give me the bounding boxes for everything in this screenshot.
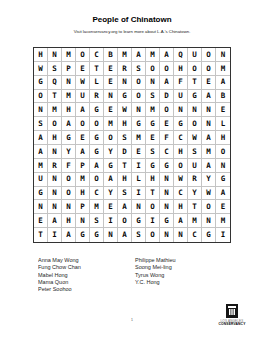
grid-cell-r7c1: A xyxy=(34,131,48,145)
grid-cell-r11c7: S xyxy=(118,187,132,201)
grid-cell-r12c10: N xyxy=(160,200,174,214)
grid-cell-r2c12: O xyxy=(188,62,202,76)
grid-cell-r4c1: O xyxy=(34,90,48,104)
grid-cell-r11c10: N xyxy=(160,187,174,201)
grid-cell-r2c1: W xyxy=(34,62,48,76)
grid-cell-r14c7: A xyxy=(118,228,132,242)
grid-cell-r2c4: E xyxy=(76,62,90,76)
grid-cell-r9c10: G xyxy=(160,159,174,173)
grid-cell-r12c5: M xyxy=(90,200,104,214)
grid-cell-r10c10: N xyxy=(160,173,174,187)
grid-cell-r1c9: M xyxy=(146,48,160,62)
grid-cell-r13c11: A xyxy=(174,214,188,228)
grid-cell-r4c11: U xyxy=(174,90,188,104)
grid-cell-r1c10: A xyxy=(160,48,174,62)
grid-cell-r7c13: A xyxy=(202,131,216,145)
grid-cell-r13c14: M xyxy=(216,214,230,228)
grid-cell-r2c6: E xyxy=(104,62,118,76)
grid-cell-r6c12: O xyxy=(188,117,202,131)
word-list-item: Philippe Mathieu xyxy=(135,256,176,263)
grid-cell-r14c8: S xyxy=(132,228,146,242)
grid-cell-r5c7: W xyxy=(118,103,132,117)
grid-cell-r13c8: G xyxy=(132,214,146,228)
grid-cell-r13c2: A xyxy=(48,214,62,228)
grid-cell-r3c11: F xyxy=(174,76,188,90)
grid-cell-r5c5: G xyxy=(90,103,104,117)
grid-cell-r6c3: A xyxy=(62,117,76,131)
worksheet-page: People of Chinatown Visit laconservancy.… xyxy=(0,0,264,341)
grid-cell-r2c10: O xyxy=(160,62,174,76)
grid-cell-r14c12: C xyxy=(188,228,202,242)
grid-cell-r7c10: F xyxy=(160,131,174,145)
grid-cell-r5c6: E xyxy=(104,103,118,117)
grid-cell-r9c13: A xyxy=(202,159,216,173)
grid-cell-r5c13: N xyxy=(202,103,216,117)
grid-cell-r3c3: N xyxy=(62,76,76,90)
grid-cell-r8c8: E xyxy=(132,145,146,159)
grid-cell-r14c13: G xyxy=(202,228,216,242)
grid-cell-r10c9: H xyxy=(146,173,160,187)
grid-cell-r2c3: P xyxy=(62,62,76,76)
grid-cell-r6c5: O xyxy=(90,117,104,131)
grid-cell-r14c9: O xyxy=(146,228,160,242)
grid-cell-r11c13: W xyxy=(202,187,216,201)
grid-cell-r8c11: H xyxy=(174,145,188,159)
grid-cell-r5c4: A xyxy=(76,103,90,117)
grid-cell-r2c8: S xyxy=(132,62,146,76)
grid-cell-r1c11: Q xyxy=(174,48,188,62)
grid-cell-r2c11: H xyxy=(174,62,188,76)
grid-cell-r11c6: Y xyxy=(104,187,118,201)
grid-cell-r1c2: N xyxy=(48,48,62,62)
grid-cell-r5c14: E xyxy=(216,103,230,117)
grid-cell-r4c4: U xyxy=(76,90,90,104)
grid-cell-r3c13: E xyxy=(202,76,216,90)
grid-cell-r2c13: O xyxy=(202,62,216,76)
grid-cell-r12c13: O xyxy=(202,200,216,214)
grid-cell-r12c14: E xyxy=(216,200,230,214)
grid-cell-r10c12: R xyxy=(188,173,202,187)
grid-cell-r13c4: N xyxy=(76,214,90,228)
grid-cell-r3c2: Q xyxy=(48,76,62,90)
grid-cell-r7c12: W xyxy=(188,131,202,145)
grid-cell-r5c1: N xyxy=(34,103,48,117)
grid-cell-r4c12: G xyxy=(188,90,202,104)
grid-cell-r14c4: G xyxy=(76,228,90,242)
grid-cell-r9c4: P xyxy=(76,159,90,173)
grid-cell-r3c10: A xyxy=(160,76,174,90)
grid-cell-r7c5: G xyxy=(90,131,104,145)
grid-cell-r9c5: A xyxy=(90,159,104,173)
grid-cell-r14c14: I xyxy=(216,228,230,242)
grid-cell-r9c2: R xyxy=(48,159,62,173)
word-list-item: Peter Soohoo xyxy=(38,286,81,293)
grid-cell-r2c5: T xyxy=(90,62,104,76)
grid-cell-r12c12: T xyxy=(188,200,202,214)
grid-cell-r4c13: A xyxy=(202,90,216,104)
grid-cell-r13c1: E xyxy=(34,214,48,228)
grid-cell-r10c6: A xyxy=(104,173,118,187)
grid-cell-r9c3: F xyxy=(62,159,76,173)
grid-cell-r9c6: G xyxy=(104,159,118,173)
word-list-item: Y.C. Hong xyxy=(135,278,176,285)
grid-cell-r10c11: W xyxy=(174,173,188,187)
grid-cell-r10c2: N xyxy=(48,173,62,187)
grid-cell-r1c13: O xyxy=(202,48,216,62)
grid-cell-r5c3: H xyxy=(62,103,76,117)
grid-cell-r5c10: O xyxy=(160,103,174,117)
grid-cell-r13c9: I xyxy=(146,214,160,228)
grid-cell-r9c12: U xyxy=(188,159,202,173)
grid-cell-r8c9: S xyxy=(146,145,160,159)
grid-cell-r8c14: O xyxy=(216,145,230,159)
grid-cell-r7c4: E xyxy=(76,131,90,145)
grid-cell-r8c2: N xyxy=(48,145,62,159)
grid-cell-r1c12: U xyxy=(188,48,202,62)
grid-cell-r5c9: M xyxy=(146,103,160,117)
grid-cell-r4c5: R xyxy=(90,90,104,104)
grid-cell-r7c2: H xyxy=(48,131,62,145)
grid-cell-r13c7: O xyxy=(118,214,132,228)
grid-cell-r14c5: G xyxy=(90,228,104,242)
grid-cell-r4c10: D xyxy=(160,90,174,104)
grid-cell-r14c3: A xyxy=(62,228,76,242)
grid-cell-r9c11: O xyxy=(174,159,188,173)
grid-cell-r5c2: M xyxy=(48,103,62,117)
wordsearch-grid: HNMOCBMAMAQUONWSPETERSOOHOOMGQNWLENONAFT… xyxy=(33,47,231,243)
grid-cell-r1c14: N xyxy=(216,48,230,62)
grid-cell-r6c2: O xyxy=(48,117,62,131)
grid-cell-r3c8: O xyxy=(132,76,146,90)
grid-cell-r6c6: M xyxy=(104,117,118,131)
grid-cell-r12c8: N xyxy=(132,200,146,214)
grid-cell-r7c8: M xyxy=(132,131,146,145)
grid-cell-r8c1: A xyxy=(34,145,48,159)
word-list-right-column: Philippe MathieuSoong Mei-lingTyrus Wong… xyxy=(135,256,176,286)
page-subtitle: Visit laconservancy.org to learn more ab… xyxy=(0,29,264,34)
grid-cell-r11c14: A xyxy=(216,187,230,201)
word-list-item: Mabel Hong xyxy=(38,271,81,278)
grid-cell-r14c11: N xyxy=(174,228,188,242)
grid-cell-r11c3: O xyxy=(62,187,76,201)
grid-cell-r8c5: G xyxy=(90,145,104,159)
grid-cell-r3c1: G xyxy=(34,76,48,90)
grid-cell-r6c1: S xyxy=(34,117,48,131)
grid-cell-r13c3: H xyxy=(62,214,76,228)
grid-cell-r8c4: A xyxy=(76,145,90,159)
grid-cell-r10c7: H xyxy=(118,173,132,187)
grid-cell-r10c4: M xyxy=(76,173,90,187)
grid-cell-r3c12: T xyxy=(188,76,202,90)
grid-cell-r7c6: O xyxy=(104,131,118,145)
grid-cell-r5c12: N xyxy=(188,103,202,117)
grid-cell-r12c2: N xyxy=(48,200,62,214)
grid-cell-r13c12: M xyxy=(188,214,202,228)
grid-cell-r8c3: Y xyxy=(62,145,76,159)
grid-cell-r6c11: G xyxy=(174,117,188,131)
grid-cell-r12c3: N xyxy=(62,200,76,214)
grid-cell-r8c7: D xyxy=(118,145,132,159)
grid-cell-r6c7: H xyxy=(118,117,132,131)
grid-cell-r13c13: N xyxy=(202,214,216,228)
grid-cell-r6c8: G xyxy=(132,117,146,131)
page-title: People of Chinatown xyxy=(0,15,264,24)
grid-cell-r1c3: M xyxy=(62,48,76,62)
grid-cell-r4c14: B xyxy=(216,90,230,104)
grid-cell-r10c1: U xyxy=(34,173,48,187)
grid-cell-r13c5: S xyxy=(90,214,104,228)
grid-cell-r3c9: N xyxy=(146,76,160,90)
word-list-item: Soong Mei-ling xyxy=(135,263,176,270)
grid-cell-r1c4: O xyxy=(76,48,90,62)
grid-cell-r11c8: I xyxy=(132,187,146,201)
grid-cell-r7c7: S xyxy=(118,131,132,145)
grid-cell-r10c14: G xyxy=(216,173,230,187)
grid-cell-r6c13: N xyxy=(202,117,216,131)
logo-org-label: CONSERVANCY xyxy=(219,322,246,326)
column-building-icon xyxy=(226,304,238,318)
grid-cell-r3c5: L xyxy=(90,76,104,90)
grid-cell-r11c12: Y xyxy=(188,187,202,201)
grid-cell-r4c9: S xyxy=(146,90,160,104)
grid-cell-r11c2: N xyxy=(48,187,62,201)
grid-cell-r1c5: C xyxy=(90,48,104,62)
grid-cell-r12c1: N xyxy=(34,200,48,214)
grid-cell-r4c6: N xyxy=(104,90,118,104)
word-list-left-column: Anna May WongFung Chow ChanMabel HongMam… xyxy=(38,256,81,293)
word-list: Anna May WongFung Chow ChanMabel HongMam… xyxy=(38,256,233,296)
grid-cell-r11c11: C xyxy=(174,187,188,201)
grid-cell-r9c7: T xyxy=(118,159,132,173)
grid-cell-r12c7: A xyxy=(118,200,132,214)
grid-cell-r8c13: M xyxy=(202,145,216,159)
grid-cell-r9c9: G xyxy=(146,159,160,173)
grid-cell-r7c11: C xyxy=(174,131,188,145)
grid-cell-r1c6: B xyxy=(104,48,118,62)
grid-cell-r2c7: R xyxy=(118,62,132,76)
grid-cell-r2c9: O xyxy=(146,62,160,76)
grid-cell-r13c6: I xyxy=(104,214,118,228)
word-list-item: Anna May Wong xyxy=(38,256,81,263)
grid-cell-r11c9: T xyxy=(146,187,160,201)
grid-cell-r10c8: L xyxy=(132,173,146,187)
grid-cell-r14c2: I xyxy=(48,228,62,242)
grid-cell-r4c8: O xyxy=(132,90,146,104)
grid-cell-r1c8: A xyxy=(132,48,146,62)
grid-cell-r5c8: N xyxy=(132,103,146,117)
grid-cell-r3c4: W xyxy=(76,76,90,90)
grid-cell-r6c9: G xyxy=(146,117,160,131)
grid-cell-r9c8: I xyxy=(132,159,146,173)
grid-cell-r10c5: O xyxy=(90,173,104,187)
grid-cell-r9c14: N xyxy=(216,159,230,173)
grid-cell-r3c7: N xyxy=(118,76,132,90)
grid-cell-r8c6: Y xyxy=(104,145,118,159)
grid-cell-r1c1: H xyxy=(34,48,48,62)
grid-cell-r7c9: E xyxy=(146,131,160,145)
grid-cell-r12c6: E xyxy=(104,200,118,214)
grid-cell-r12c9: O xyxy=(146,200,160,214)
grid-cell-r10c3: O xyxy=(62,173,76,187)
grid-cell-r3c6: E xyxy=(104,76,118,90)
grid-cell-r4c2: T xyxy=(48,90,62,104)
grid-cell-r10c13: Y xyxy=(202,173,216,187)
word-list-item: Mama Quon xyxy=(38,278,81,285)
grid-cell-r14c6: N xyxy=(104,228,118,242)
grid-cell-r4c3: M xyxy=(62,90,76,104)
grid-cell-r5c11: N xyxy=(174,103,188,117)
grid-cell-r12c4: P xyxy=(76,200,90,214)
word-list-item: Tyrus Wong xyxy=(135,271,176,278)
la-conservancy-logo: LOS ANGELES CONSERVANCY xyxy=(202,304,262,326)
grid-cell-r11c4: H xyxy=(76,187,90,201)
grid-cell-r8c12: S xyxy=(188,145,202,159)
grid-cell-r6c10: E xyxy=(160,117,174,131)
grid-cell-r4c7: G xyxy=(118,90,132,104)
grid-cell-r6c14: L xyxy=(216,117,230,131)
grid-cell-r2c14: M xyxy=(216,62,230,76)
grid-cell-r14c1: T xyxy=(34,228,48,242)
grid-cell-r11c5: C xyxy=(90,187,104,201)
grid-cell-r12c11: H xyxy=(174,200,188,214)
word-list-item: Fung Chow Chan xyxy=(38,263,81,270)
grid-cell-r7c3: G xyxy=(62,131,76,145)
grid-cell-r14c10: N xyxy=(160,228,174,242)
grid-cell-r8c10: C xyxy=(160,145,174,159)
grid-cell-r2c2: S xyxy=(48,62,62,76)
grid-cell-r1c7: M xyxy=(118,48,132,62)
grid-cell-r13c10: G xyxy=(160,214,174,228)
grid-cell-r7c14: H xyxy=(216,131,230,145)
grid-cell-r6c4: O xyxy=(76,117,90,131)
grid-cell-r3c14: A xyxy=(216,76,230,90)
grid-cell-r11c1: G xyxy=(34,187,48,201)
grid-cell-r9c1: M xyxy=(34,159,48,173)
